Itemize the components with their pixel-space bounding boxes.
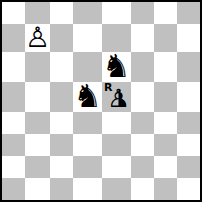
square-c4[interactable] [50, 112, 73, 134]
square-f2[interactable] [131, 156, 154, 178]
black-knight-piece: ♞ [73, 80, 102, 112]
square-a7[interactable] [2, 24, 25, 52]
square-d3[interactable] [73, 134, 102, 156]
square-e3[interactable] [102, 134, 131, 156]
square-c5[interactable] [50, 82, 73, 112]
square-c1[interactable] [50, 178, 73, 200]
square-d1[interactable] [73, 178, 102, 200]
square-f1[interactable] [131, 178, 154, 200]
square-h1[interactable] [177, 178, 200, 200]
square-h2[interactable] [177, 156, 200, 178]
square-c8[interactable] [50, 2, 73, 24]
square-g5[interactable] [154, 82, 177, 112]
square-h6[interactable] [177, 52, 200, 82]
square-g7[interactable] [154, 24, 177, 52]
square-g2[interactable] [154, 156, 177, 178]
square-a8[interactable] [2, 2, 25, 24]
black-knight-piece: ♞ [102, 50, 131, 82]
square-c3[interactable] [50, 134, 73, 156]
square-h4[interactable] [177, 112, 200, 134]
square-g1[interactable] [154, 178, 177, 200]
square-a5[interactable] [2, 82, 25, 112]
square-f8[interactable] [131, 2, 154, 24]
square-e4[interactable] [102, 112, 131, 134]
square-d5[interactable]: ♞ [73, 82, 102, 112]
square-a6[interactable] [2, 52, 25, 82]
square-f3[interactable] [131, 134, 154, 156]
square-f4[interactable] [131, 112, 154, 134]
white-pawn-piece: ♙ [25, 24, 50, 52]
square-b6[interactable] [25, 52, 50, 82]
square-f7[interactable] [131, 24, 154, 52]
square-a1[interactable] [2, 178, 25, 200]
square-e8[interactable] [102, 2, 131, 24]
square-d2[interactable] [73, 156, 102, 178]
square-h8[interactable] [177, 2, 200, 24]
square-g4[interactable] [154, 112, 177, 134]
square-g6[interactable] [154, 52, 177, 82]
square-h7[interactable] [177, 24, 200, 52]
square-e5[interactable]: R♙♟ [102, 82, 131, 112]
square-c2[interactable] [50, 156, 73, 178]
neutral-pawn-piece: ♙♟ [107, 86, 129, 111]
square-f5[interactable] [131, 82, 154, 112]
square-d8[interactable] [73, 2, 102, 24]
square-e6[interactable]: ♞ [102, 52, 131, 82]
square-a4[interactable] [2, 112, 25, 134]
square-e1[interactable] [102, 178, 131, 200]
square-b4[interactable] [25, 112, 50, 134]
square-e2[interactable] [102, 156, 131, 178]
square-h5[interactable] [177, 82, 200, 112]
chess-board: ♙♞♞R♙♟ [0, 0, 202, 202]
square-c7[interactable] [50, 24, 73, 52]
square-a3[interactable] [2, 134, 25, 156]
board-grid: ♙♞♞R♙♟ [2, 2, 200, 200]
square-b5[interactable] [25, 82, 50, 112]
square-b1[interactable] [25, 178, 50, 200]
square-d4[interactable] [73, 112, 102, 134]
square-c6[interactable] [50, 52, 73, 82]
square-g8[interactable] [154, 2, 177, 24]
square-b3[interactable] [25, 134, 50, 156]
square-b7[interactable]: ♙ [25, 24, 50, 52]
square-d7[interactable] [73, 24, 102, 52]
square-b2[interactable] [25, 156, 50, 178]
square-a2[interactable] [2, 156, 25, 178]
square-g3[interactable] [154, 134, 177, 156]
square-f6[interactable] [131, 52, 154, 82]
square-h3[interactable] [177, 134, 200, 156]
